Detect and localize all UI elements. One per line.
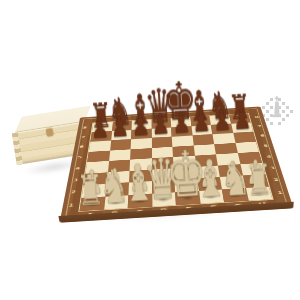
square-g7: ♟ (211, 124, 233, 135)
rank-label-5: 5 (259, 140, 273, 151)
perspective-scene: ♜♞♝♛♚♝♞♜♟♟♟♟♟♟♟♟♟♟♟♟♟♟♟♟♜♞♝♛♚♝♞♜ ABCDEFG… (65, 49, 281, 265)
piece-black-pawn: ♟ (89, 113, 109, 143)
box-finger-joints (12, 132, 23, 165)
piece-black-pawn: ♟ (212, 105, 232, 135)
rank-label-1: 1 (272, 186, 288, 200)
square-a7: ♟ (90, 131, 111, 142)
piece-black-pawn: ♟ (130, 110, 150, 140)
piece-black-pawn: ♟ (151, 109, 171, 139)
piece-black-pawn: ♟ (171, 108, 191, 138)
square-e7: ♟ (171, 126, 192, 137)
square-c7: ♟ (131, 128, 151, 139)
piece-black-pawn: ♟ (110, 112, 130, 142)
rank-label-1: 1 (64, 198, 79, 212)
piece-white-rook: ♜ (245, 159, 274, 202)
piece-black-pawn: ♟ (191, 107, 211, 137)
playing-field: ♜♞♝♛♚♝♞♜♟♟♟♟♟♟♟♟♟♟♟♟♟♟♟♟♜♞♝♛♚♝♞♜ (78, 113, 273, 212)
square-f7: ♟ (191, 125, 212, 136)
piece-black-pawn: ♟ (232, 104, 252, 134)
chess-board-wrapper: ♜♞♝♛♚♝♞♜♟♟♟♟♟♟♟♟♟♟♟♟♟♟♟♟♜♞♝♛♚♝♞♜ ABCDEFG… (65, 49, 281, 265)
square-h7: ♟ (231, 122, 253, 133)
square-d7: ♟ (151, 127, 171, 138)
square-g1: ♞ (222, 188, 248, 202)
square-h1: ♜ (245, 186, 272, 200)
product-photo: ♜♞♝♛♚♝♞♜♟♟♟♟♟♟♟♟♟♟♟♟♟♟♟♟♜♞♝♛♚♝♞♜ ABCDEFG… (0, 0, 300, 300)
square-b7: ♟ (111, 130, 132, 141)
box-brass-clasp-icon (46, 127, 54, 136)
chess-board: ♜♞♝♛♚♝♞♜♟♟♟♟♟♟♟♟♟♟♟♟♟♟♟♟♜♞♝♛♚♝♞♜ ABCDEFG… (60, 106, 294, 222)
